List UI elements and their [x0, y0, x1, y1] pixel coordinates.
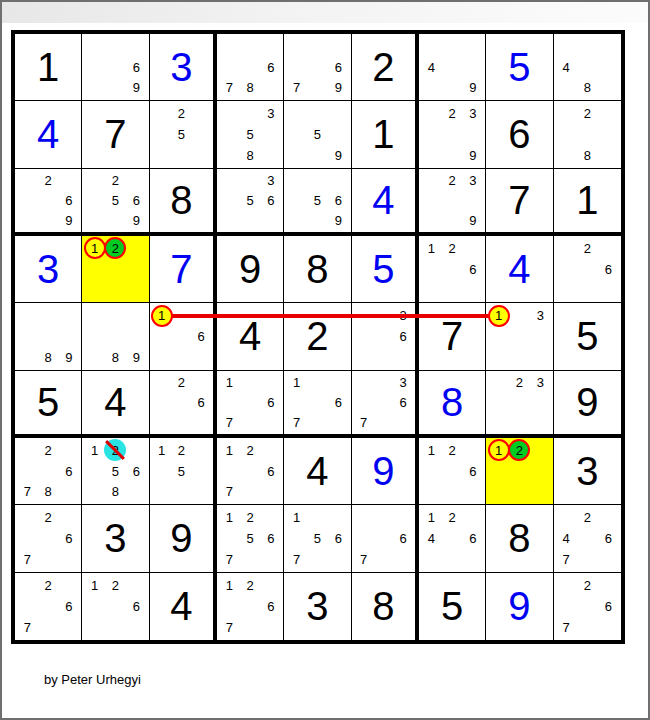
candidate-slot-8: [577, 549, 598, 570]
sudoku-cell-r6c7[interactable]: 8: [419, 371, 486, 438]
candidate-slot-3: [126, 36, 147, 57]
candidate-slot-2: [240, 36, 261, 57]
sudoku-cell-r6c8[interactable]: 23: [486, 371, 553, 438]
candidate-slot-1: [556, 238, 577, 259]
candidate-slot-3: [261, 507, 282, 528]
candidate-slot-5: [38, 528, 59, 549]
sudoku-cell-r9c7[interactable]: 5: [419, 573, 486, 640]
candidate-slot-1: [354, 373, 374, 393]
candidate-slot-5: [105, 596, 126, 617]
sudoku-app-page: 1693678679249548472535859123962826925698…: [0, 0, 650, 720]
sudoku-cell-r7c6[interactable]: 9: [352, 438, 419, 505]
candidate-digit-7: 7: [286, 412, 307, 432]
sudoku-cell-r5c8[interactable]: 13: [486, 303, 553, 370]
sudoku-cell-r2c5[interactable]: 59: [284, 101, 351, 168]
candidate-slot-2: [577, 36, 598, 57]
candidate-slot-9: [463, 280, 484, 301]
given-digit: 9: [217, 236, 283, 302]
candidate-slot-9: [328, 549, 349, 570]
candidate-digit-2: 2: [442, 171, 463, 191]
sudoku-cell-r2c1[interactable]: 4: [15, 101, 82, 168]
candidate-slot-7: [152, 412, 172, 432]
candidate-digit-2: 2: [38, 171, 59, 191]
candidate-slot-4: [556, 596, 577, 617]
candidate-slot-7: [421, 549, 442, 570]
candidate-digit-9: 9: [328, 78, 349, 99]
candidate-slot-1: [17, 305, 38, 326]
candidate-slot-3: [328, 103, 349, 124]
candidate-slot-7: [354, 347, 374, 368]
sudoku-cell-r7c9[interactable]: 3: [554, 438, 621, 505]
sudoku-cell-r4c2[interactable]: 12: [82, 236, 149, 303]
candidate-slot-8: [105, 280, 126, 301]
candidate-slot-6: [463, 190, 484, 210]
candidate-slot-4: [488, 326, 509, 347]
sudoku-cell-r4c6[interactable]: 5: [352, 236, 419, 303]
candidate-digit-2: 2: [240, 507, 261, 528]
candidate-grid: 1267: [219, 575, 281, 638]
candidate-digit-8: 8: [38, 482, 59, 503]
given-digit: 1: [352, 101, 415, 167]
candidate-digit-3: 3: [261, 103, 282, 124]
candidate-slot-8: [171, 347, 191, 368]
sudoku-cell-r3c4[interactable]: 356: [217, 169, 284, 236]
sudoku-cell-r3c5[interactable]: 569: [284, 169, 351, 236]
sudoku-cell-r5c9[interactable]: 5: [554, 303, 621, 370]
candidate-slot-5: [373, 392, 393, 412]
candidate-slot-1: [421, 36, 442, 57]
candidate-slot-9: [598, 549, 619, 570]
sudoku-cell-r9c6[interactable]: 8: [352, 573, 419, 640]
sudoku-cell-r3c9[interactable]: 1: [554, 169, 621, 236]
candidate-grid: 12568: [84, 440, 146, 502]
candidate-slot-8: [509, 482, 530, 503]
candidate-slot-1: [488, 373, 509, 393]
given-digit: 5: [15, 371, 81, 434]
candidate-slot-7: [84, 280, 105, 301]
candidate-slot-8: [171, 145, 191, 166]
candidate-slot-5: [307, 57, 328, 78]
candidate-digit-5: 5: [240, 528, 261, 549]
sudoku-cell-r8c8[interactable]: 8: [486, 505, 553, 572]
sudoku-cell-r4c9[interactable]: 26: [554, 236, 621, 303]
candidate-digit-1: 1: [219, 507, 240, 528]
candidate-slot-1: [421, 171, 442, 191]
candidate-digit-7: 7: [219, 617, 240, 638]
sudoku-cell-r9c1[interactable]: 267: [15, 573, 82, 640]
candidate-grid: 167: [286, 373, 348, 432]
sudoku-cell-r4c7[interactable]: 126: [419, 236, 486, 303]
sudoku-cell-r1c2[interactable]: 69: [82, 34, 149, 101]
candidate-slot-4: [286, 57, 307, 78]
candidate-digit-6: 6: [328, 392, 349, 412]
candidate-slot-8: [442, 210, 463, 230]
candidate-slot-3: [126, 575, 147, 596]
sudoku-cell-r2c2[interactable]: 7: [82, 101, 149, 168]
sudoku-cell-r9c5[interactable]: 3: [284, 573, 351, 640]
candidate-slot-9: [191, 145, 211, 166]
candidate-digit-2: 2: [105, 575, 126, 596]
candidate-grid: 48: [556, 36, 619, 98]
candidate-digit-8: 8: [105, 347, 126, 368]
candidate-slot-4: [421, 461, 442, 482]
candidate-slot-3: [59, 171, 80, 191]
candidate-slot-8: [442, 280, 463, 301]
candidate-digit-3: 3: [463, 171, 484, 191]
candidate-slot-7: [421, 78, 442, 99]
candidate-grid: 26: [556, 238, 619, 300]
sudoku-cell-r1c8[interactable]: 5: [486, 34, 553, 101]
candidate-slot-7: [152, 347, 172, 368]
candidate-slot-3: [328, 171, 349, 191]
candidate-slot-8: [509, 412, 530, 432]
candidate-slot-1: [17, 171, 38, 191]
candidate-slot-4: [17, 190, 38, 210]
candidate-digit-6: 6: [261, 461, 282, 482]
sudoku-cell-r9c3[interactable]: 4: [150, 573, 217, 640]
candidate-digit-6: 6: [59, 190, 80, 210]
candidate-slot-5: [240, 57, 261, 78]
candidate-digit-6: 6: [59, 461, 80, 482]
candidate-slot-8: [307, 78, 328, 99]
circled-candidate: 2: [508, 439, 530, 461]
candidate-grid: 1267: [219, 440, 281, 502]
candidate-slot-2: [307, 103, 328, 124]
candidate-slot-8: [307, 145, 328, 166]
candidate-digit-2: 2: [171, 103, 191, 124]
candidate-slot-8: [442, 78, 463, 99]
sudoku-cell-r7c1[interactable]: 2678: [15, 438, 82, 505]
candidate-slot-2: [509, 305, 530, 326]
sudoku-cell-r3c3[interactable]: 8: [150, 169, 217, 236]
candidate-slot-6: [59, 326, 80, 347]
candidate-grid: 267: [17, 575, 79, 638]
candidate-slot-4: [84, 259, 105, 280]
candidate-digit-9: 9: [126, 347, 147, 368]
candidate-digit-2: 2: [577, 103, 598, 124]
candidate-slot-6: [463, 124, 484, 145]
candidate-slot-4: [286, 190, 307, 210]
candidate-slot-3: [191, 373, 211, 393]
sudoku-cell-r6c6[interactable]: 367: [352, 371, 419, 438]
sudoku-cell-r7c7[interactable]: 126: [419, 438, 486, 505]
candidate-slot-4: [152, 326, 172, 347]
candidate-digit-6: 6: [598, 259, 619, 280]
sudoku-cell-r5c1[interactable]: 89: [15, 303, 82, 370]
candidate-digit-5: 5: [171, 124, 191, 145]
candidate-grid: 12: [488, 440, 550, 502]
sudoku-cell-r8c9[interactable]: 2467: [554, 505, 621, 572]
candidate-digit-7: 7: [286, 549, 307, 570]
candidate-digit-5: 5: [307, 124, 328, 145]
sudoku-cell-r8c4[interactable]: 12567: [217, 505, 284, 572]
sudoku-cell-r3c6[interactable]: 4: [352, 169, 419, 236]
sudoku-cell-r8c1[interactable]: 267: [15, 505, 82, 572]
sudoku-cell-r1c7[interactable]: 49: [419, 34, 486, 101]
candidate-slot-1: [219, 103, 240, 124]
candidate-grid: 2678: [17, 440, 79, 502]
sudoku-cell-r1c4[interactable]: 678: [217, 34, 284, 101]
sudoku-cell-r4c3[interactable]: 7: [150, 236, 217, 303]
candidate-slot-5: [442, 57, 463, 78]
sudoku-cell-r9c2[interactable]: 126: [82, 573, 149, 640]
candidate-slot-7: [286, 210, 307, 230]
candidate-digit-6: 6: [261, 57, 282, 78]
candidate-digit-2: 2: [171, 440, 191, 461]
candidate-slot-5: [509, 392, 530, 412]
candidate-slot-3: [463, 507, 484, 528]
candidate-digit-6: 6: [126, 190, 147, 210]
candidate-slot-2: 2: [105, 440, 126, 461]
candidate-slot-9: [598, 617, 619, 638]
candidate-slot-5: [105, 259, 126, 280]
candidate-digit-3: 3: [261, 171, 282, 191]
candidate-slot-6: [126, 326, 147, 347]
candidate-slot-4: [354, 528, 374, 549]
sudoku-cell-r8c3[interactable]: 9: [150, 505, 217, 572]
given-digit: 3: [554, 438, 621, 504]
candidate-digit-7: 7: [219, 412, 240, 432]
candidate-slot-7: [286, 145, 307, 166]
candidate-slot-4: [354, 326, 374, 347]
sudoku-cell-r3c2[interactable]: 2569: [82, 169, 149, 236]
candidate-slot-7: [556, 78, 577, 99]
candidate-digit-5: 5: [105, 461, 126, 482]
given-digit: 1: [554, 169, 621, 232]
sudoku-cell-r9c4[interactable]: 1267: [217, 573, 284, 640]
candidate-slot-4: [84, 461, 105, 482]
sudoku-cell-r3c8[interactable]: 7: [486, 169, 553, 236]
candidate-digit-6: 6: [126, 596, 147, 617]
given-digit: 3: [284, 573, 350, 640]
sudoku-cell-r1c9[interactable]: 48: [554, 34, 621, 101]
candidate-slot-7: [421, 280, 442, 301]
sudoku-cell-r6c1[interactable]: 5: [15, 371, 82, 438]
sudoku-cell-r4c5[interactable]: 8: [284, 236, 351, 303]
sudoku-cell-r9c8[interactable]: 9: [486, 573, 553, 640]
candidate-slot-4: [219, 124, 240, 145]
candidate-digit-8: 8: [240, 78, 261, 99]
candidate-slot-1: [556, 507, 577, 528]
given-digit: 2: [352, 34, 415, 100]
sudoku-cell-r3c1[interactable]: 269: [15, 169, 82, 236]
solved-digit: 5: [352, 236, 415, 302]
candidate-slot-5: [38, 461, 59, 482]
candidate-slot-1: [556, 575, 577, 596]
candidate-grid: 26: [152, 373, 211, 432]
sudoku-cell-r2c4[interactable]: 358: [217, 101, 284, 168]
candidate-slot-6: [191, 461, 211, 482]
given-digit: 8: [150, 169, 213, 232]
given-digit: 4: [150, 573, 213, 640]
candidate-slot-2: [307, 373, 328, 393]
candidate-slot-7: [421, 482, 442, 503]
candidate-slot-7: [556, 280, 577, 301]
candidate-digit-9: 9: [59, 210, 80, 230]
candidate-slot-5: [38, 190, 59, 210]
candidate-slot-1: 1: [488, 440, 509, 461]
candidate-slot-7: [219, 145, 240, 166]
candidate-slot-4: [84, 190, 105, 210]
candidate-slot-5: [38, 596, 59, 617]
candidate-slot-9: [261, 549, 282, 570]
candidate-slot-9: [59, 617, 80, 638]
sudoku-cell-r1c6[interactable]: 2: [352, 34, 419, 101]
sudoku-cell-r4c8[interactable]: 4: [486, 236, 553, 303]
candidate-slot-5: [105, 326, 126, 347]
candidate-slot-2: [373, 373, 393, 393]
candidate-slot-3: [59, 507, 80, 528]
sudoku-cell-r6c5[interactable]: 167: [284, 371, 351, 438]
candidate-digit-2: 2: [38, 575, 59, 596]
candidate-slot-8: [171, 412, 191, 432]
candidate-slot-8: [307, 549, 328, 570]
sudoku-cell-r8c6[interactable]: 67: [352, 505, 419, 572]
candidate-slot-6: [598, 124, 619, 145]
sudoku-cell-r1c1[interactable]: 1: [15, 34, 82, 101]
candidate-digit-6: 6: [191, 326, 211, 347]
candidate-digit-6: 6: [463, 461, 484, 482]
candidate-slot-7: [488, 482, 509, 503]
candidate-slot-8: [105, 78, 126, 99]
candidate-digit-6: 6: [261, 190, 282, 210]
sudoku-cell-r7c5[interactable]: 4: [284, 438, 351, 505]
sudoku-cell-r8c5[interactable]: 1567: [284, 505, 351, 572]
candidate-slot-9: [598, 78, 619, 99]
candidate-digit-7: 7: [219, 78, 240, 99]
candidate-grid: 49: [421, 36, 483, 98]
sudoku-cell-r1c3[interactable]: 3: [150, 34, 217, 101]
sudoku-cell-r6c9[interactable]: 9: [554, 371, 621, 438]
candidate-slot-6: [530, 461, 551, 482]
candidate-slot-6: [530, 392, 551, 412]
candidate-slot-8: [105, 617, 126, 638]
candidate-slot-4: [17, 326, 38, 347]
sudoku-cell-r5c2[interactable]: 89: [82, 303, 149, 370]
sudoku-cell-r2c6[interactable]: 1: [352, 101, 419, 168]
candidate-slot-9: [261, 412, 282, 432]
candidate-slot-5: [373, 528, 393, 549]
candidate-slot-9: [598, 280, 619, 301]
sudoku-cell-r7c4[interactable]: 1267: [217, 438, 284, 505]
candidate-slot-7: [421, 145, 442, 166]
candidate-digit-6: 6: [393, 528, 413, 549]
sudoku-cell-r8c7[interactable]: 1246: [419, 505, 486, 572]
candidate-slot-2: [373, 507, 393, 528]
candidate-slot-9: [59, 549, 80, 570]
sudoku-cell-r6c3[interactable]: 26: [150, 371, 217, 438]
candidate-digit-5: 5: [240, 190, 261, 210]
sudoku-cell-r6c4[interactable]: 167: [217, 371, 284, 438]
candidate-slot-3: [126, 171, 147, 191]
sudoku-cell-r3c7[interactable]: 239: [419, 169, 486, 236]
candidate-slot-8: [307, 412, 328, 432]
sudoku-cell-r2c8[interactable]: 6: [486, 101, 553, 168]
candidate-grid: 239: [421, 103, 483, 165]
candidate-slot-4: [219, 596, 240, 617]
candidate-digit-7: 7: [17, 482, 38, 503]
candidate-slot-9: [261, 482, 282, 503]
given-digit: 4: [284, 438, 350, 504]
sudoku-cell-r4c4[interactable]: 9: [217, 236, 284, 303]
candidate-digit-8: 8: [577, 78, 598, 99]
candidate-slot-7: [84, 347, 105, 368]
candidate-grid: 89: [17, 305, 79, 367]
candidate-slot-7: [17, 210, 38, 230]
candidate-slot-6: [530, 326, 551, 347]
sudoku-cell-r6c2[interactable]: 4: [82, 371, 149, 438]
candidate-digit-7: 7: [286, 78, 307, 99]
sudoku-cell-r7c2[interactable]: 12568: [82, 438, 149, 505]
sudoku-cell-r1c5[interactable]: 679: [284, 34, 351, 101]
sudoku-cell-r2c9[interactable]: 28: [554, 101, 621, 168]
candidate-slot-4: [17, 461, 38, 482]
candidate-digit-2: 2: [171, 373, 191, 393]
candidate-slot-3: [598, 507, 619, 528]
candidate-slot-4: [152, 461, 172, 482]
candidate-slot-1: [17, 507, 38, 528]
candidate-slot-5: [171, 392, 191, 412]
solved-digit: 5: [486, 34, 552, 100]
candidate-digit-6: 6: [191, 392, 211, 412]
candidate-slot-8: [373, 412, 393, 432]
given-digit: 1: [15, 34, 81, 100]
candidate-slot-7: [421, 210, 442, 230]
candidate-digit-8: 8: [577, 145, 598, 166]
candidate-slot-9: [393, 549, 413, 570]
given-digit: 5: [419, 573, 485, 640]
sudoku-cell-r2c3[interactable]: 25: [150, 101, 217, 168]
candidate-slot-8: [171, 482, 191, 503]
candidate-slot-3: [191, 440, 211, 461]
candidate-digit-2: 2: [442, 238, 463, 259]
sudoku-cell-r2c7[interactable]: 239: [419, 101, 486, 168]
candidate-grid: 679: [286, 36, 348, 98]
sudoku-cell-r7c3[interactable]: 125: [150, 438, 217, 505]
sudoku-cell-r4c1[interactable]: 3: [15, 236, 82, 303]
candidate-digit-9: 9: [463, 145, 484, 166]
candidate-digit-3: 3: [393, 373, 413, 393]
candidate-grid: 358: [219, 103, 281, 165]
circled-candidate: 2: [104, 237, 126, 259]
candidate-digit-6: 6: [598, 596, 619, 617]
candidate-slot-8: [577, 617, 598, 638]
candidate-slot-2: [105, 36, 126, 57]
candidate-digit-4: 4: [421, 57, 442, 78]
candidate-slot-3: [191, 103, 211, 124]
candidate-digit-2: 2: [38, 507, 59, 528]
sudoku-cell-r7c8[interactable]: 12: [486, 438, 553, 505]
candidate-grid: 69: [84, 36, 146, 98]
sudoku-cell-r9c9[interactable]: 267: [554, 573, 621, 640]
candidate-slot-1: [421, 103, 442, 124]
candidate-slot-1: [286, 103, 307, 124]
candidate-slot-2: [105, 305, 126, 326]
candidate-slot-5: [509, 326, 530, 347]
sudoku-cell-r8c2[interactable]: 3: [82, 505, 149, 572]
candidate-slot-9: [328, 412, 349, 432]
given-digit: 5: [554, 303, 621, 369]
candidate-digit-9: 9: [463, 210, 484, 230]
candidate-digit-7: 7: [219, 549, 240, 570]
candidate-slot-7: [152, 482, 172, 503]
candidate-slot-4: [219, 57, 240, 78]
candidate-digit-8: 8: [38, 347, 59, 368]
candidate-digit-1: 1: [421, 238, 442, 259]
candidate-slot-3: [126, 238, 147, 259]
candidate-slot-9: [261, 617, 282, 638]
candidate-slot-4: [286, 124, 307, 145]
